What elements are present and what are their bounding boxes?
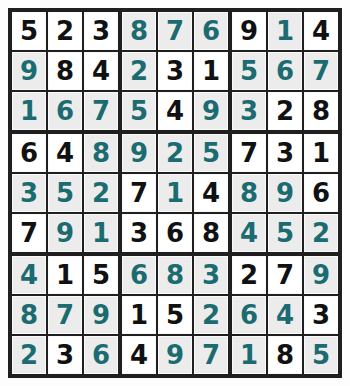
cell-r9c2[interactable]: 3 xyxy=(48,336,82,374)
cell-r4c5[interactable]: 2 xyxy=(158,134,192,172)
cell-r7c8[interactable]: 7 xyxy=(268,256,302,294)
cell-r9c3[interactable]: 6 xyxy=(84,336,118,374)
cell-r1c1[interactable]: 5 xyxy=(12,12,46,50)
cell-r4c3[interactable]: 8 xyxy=(84,134,118,172)
cell-r2c6[interactable]: 1 xyxy=(194,52,228,90)
cell-r1c7[interactable]: 9 xyxy=(232,12,266,50)
cell-r9c5[interactable]: 9 xyxy=(158,336,192,374)
box-2: 876231549 xyxy=(122,12,228,130)
cell-r7c1[interactable]: 4 xyxy=(12,256,46,294)
cell-r8c5[interactable]: 5 xyxy=(158,296,192,334)
cell-r8c6[interactable]: 2 xyxy=(194,296,228,334)
cell-r4c2[interactable]: 4 xyxy=(48,134,82,172)
cell-r8c9[interactable]: 3 xyxy=(304,296,338,334)
cell-r5c1[interactable]: 3 xyxy=(12,174,46,212)
cell-r9c6[interactable]: 7 xyxy=(194,336,228,374)
cell-r8c8[interactable]: 4 xyxy=(268,296,302,334)
cell-r7c2[interactable]: 1 xyxy=(48,256,82,294)
cell-r3c9[interactable]: 8 xyxy=(304,92,338,130)
cell-r6c1[interactable]: 7 xyxy=(12,214,46,252)
cell-r7c9[interactable]: 9 xyxy=(304,256,338,294)
cell-r4c7[interactable]: 7 xyxy=(232,134,266,172)
cell-r2c3[interactable]: 4 xyxy=(84,52,118,90)
cell-r1c4[interactable]: 8 xyxy=(122,12,156,50)
cell-r5c6[interactable]: 4 xyxy=(194,174,228,212)
cell-r6c4[interactable]: 3 xyxy=(122,214,156,252)
cell-r4c8[interactable]: 3 xyxy=(268,134,302,172)
cell-r3c1[interactable]: 1 xyxy=(12,92,46,130)
sudoku-board: 5239841678762315499145673286483527919257… xyxy=(8,8,342,378)
cell-r2c7[interactable]: 5 xyxy=(232,52,266,90)
cell-r6c3[interactable]: 1 xyxy=(84,214,118,252)
cell-r7c5[interactable]: 8 xyxy=(158,256,192,294)
cell-r8c1[interactable]: 8 xyxy=(12,296,46,334)
box-1: 523984167 xyxy=(12,12,118,130)
box-7: 415879236 xyxy=(12,256,118,374)
cell-r2c4[interactable]: 2 xyxy=(122,52,156,90)
cell-r1c9[interactable]: 4 xyxy=(304,12,338,50)
cell-r8c7[interactable]: 6 xyxy=(232,296,266,334)
cell-r4c4[interactable]: 9 xyxy=(122,134,156,172)
cell-r6c8[interactable]: 5 xyxy=(268,214,302,252)
cell-r9c7[interactable]: 1 xyxy=(232,336,266,374)
cell-r3c2[interactable]: 6 xyxy=(48,92,82,130)
cell-r7c3[interactable]: 5 xyxy=(84,256,118,294)
cell-r5c7[interactable]: 8 xyxy=(232,174,266,212)
cell-r7c4[interactable]: 6 xyxy=(122,256,156,294)
box-5: 925714368 xyxy=(122,134,228,252)
cell-r4c9[interactable]: 1 xyxy=(304,134,338,172)
cell-r7c6[interactable]: 3 xyxy=(194,256,228,294)
cell-r1c5[interactable]: 7 xyxy=(158,12,192,50)
box-8: 683152497 xyxy=(122,256,228,374)
cell-r6c7[interactable]: 4 xyxy=(232,214,266,252)
cell-r5c8[interactable]: 9 xyxy=(268,174,302,212)
cell-r6c9[interactable]: 2 xyxy=(304,214,338,252)
cell-r8c2[interactable]: 7 xyxy=(48,296,82,334)
cell-r3c7[interactable]: 3 xyxy=(232,92,266,130)
cell-r6c2[interactable]: 9 xyxy=(48,214,82,252)
cell-r1c6[interactable]: 6 xyxy=(194,12,228,50)
cell-r5c5[interactable]: 1 xyxy=(158,174,192,212)
page: 5239841678762315499145673286483527919257… xyxy=(0,0,350,386)
cell-r5c3[interactable]: 2 xyxy=(84,174,118,212)
cell-r4c6[interactable]: 5 xyxy=(194,134,228,172)
cell-r6c6[interactable]: 8 xyxy=(194,214,228,252)
cell-r9c4[interactable]: 4 xyxy=(122,336,156,374)
box-6: 731896452 xyxy=(232,134,338,252)
cell-r3c3[interactable]: 7 xyxy=(84,92,118,130)
cell-r2c9[interactable]: 7 xyxy=(304,52,338,90)
cell-r5c9[interactable]: 6 xyxy=(304,174,338,212)
cell-r3c4[interactable]: 5 xyxy=(122,92,156,130)
cell-r5c2[interactable]: 5 xyxy=(48,174,82,212)
cell-r1c2[interactable]: 2 xyxy=(48,12,82,50)
cell-r9c1[interactable]: 2 xyxy=(12,336,46,374)
cell-r3c8[interactable]: 2 xyxy=(268,92,302,130)
cell-r2c1[interactable]: 9 xyxy=(12,52,46,90)
cell-r2c5[interactable]: 3 xyxy=(158,52,192,90)
cell-r7c7[interactable]: 2 xyxy=(232,256,266,294)
cell-r3c5[interactable]: 4 xyxy=(158,92,192,130)
box-3: 914567328 xyxy=(232,12,338,130)
cell-r5c4[interactable]: 7 xyxy=(122,174,156,212)
cell-r2c2[interactable]: 8 xyxy=(48,52,82,90)
cell-r8c4[interactable]: 1 xyxy=(122,296,156,334)
cell-r6c5[interactable]: 6 xyxy=(158,214,192,252)
box-9: 279643185 xyxy=(232,256,338,374)
cell-r9c8[interactable]: 8 xyxy=(268,336,302,374)
box-4: 648352791 xyxy=(12,134,118,252)
cell-r4c1[interactable]: 6 xyxy=(12,134,46,172)
cell-r2c8[interactable]: 6 xyxy=(268,52,302,90)
cell-r3c6[interactable]: 9 xyxy=(194,92,228,130)
cell-r9c9[interactable]: 5 xyxy=(304,336,338,374)
cell-r1c3[interactable]: 3 xyxy=(84,12,118,50)
cell-r1c8[interactable]: 1 xyxy=(268,12,302,50)
cell-r8c3[interactable]: 9 xyxy=(84,296,118,334)
